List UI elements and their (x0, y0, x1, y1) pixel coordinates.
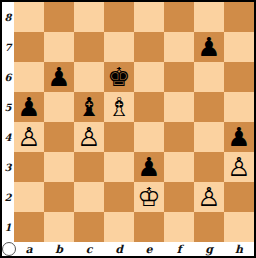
square-e8[interactable] (134, 2, 164, 32)
square-a4[interactable]: ♙ (14, 122, 44, 152)
square-c8[interactable] (74, 2, 104, 32)
file-label-f: f (164, 242, 194, 256)
file-label-c: c (74, 242, 104, 256)
white-pawn-g2[interactable]: ♙ (197, 182, 220, 212)
square-h2[interactable] (224, 182, 254, 212)
square-b3[interactable] (44, 152, 74, 182)
black-pawn-e3[interactable]: ♟ (137, 152, 160, 182)
square-a7[interactable] (14, 32, 44, 62)
square-f7[interactable] (164, 32, 194, 62)
square-c6[interactable] (74, 62, 104, 92)
square-g5[interactable] (194, 92, 224, 122)
square-g6[interactable] (194, 62, 224, 92)
square-e6[interactable] (134, 62, 164, 92)
square-h3[interactable]: ♙ (224, 152, 254, 182)
white-pawn-h3[interactable]: ♙ (227, 152, 250, 182)
square-f5[interactable] (164, 92, 194, 122)
white-pawn-a4[interactable]: ♙ (17, 122, 40, 152)
square-c7[interactable] (74, 32, 104, 62)
square-g4[interactable] (194, 122, 224, 152)
square-f3[interactable] (164, 152, 194, 182)
square-h5[interactable] (224, 92, 254, 122)
black-king-d6[interactable]: ♚ (107, 62, 130, 92)
black-pawn-h4[interactable]: ♟ (227, 122, 250, 152)
rank-label-3: 3 (2, 152, 14, 182)
file-label-d: d (104, 242, 134, 256)
chess-diagram: 87654321 ♟♟♚♟♝♗♙♙♟♟♙♔♙ abcdefgh (0, 0, 256, 258)
file-label-e: e (134, 242, 164, 256)
black-bishop-c5[interactable]: ♝ (77, 92, 100, 122)
square-b1[interactable] (44, 212, 74, 242)
square-d4[interactable] (104, 122, 134, 152)
square-a8[interactable] (14, 2, 44, 32)
rank-labels: 87654321 (2, 2, 14, 242)
square-a3[interactable] (14, 152, 44, 182)
black-pawn-g7[interactable]: ♟ (197, 32, 220, 62)
square-b7[interactable] (44, 32, 74, 62)
square-h4[interactable]: ♟ (224, 122, 254, 152)
file-label-a: a (14, 242, 44, 256)
square-d7[interactable] (104, 32, 134, 62)
rank-label-2: 2 (2, 182, 14, 212)
square-b6[interactable]: ♟ (44, 62, 74, 92)
square-e1[interactable] (134, 212, 164, 242)
square-a1[interactable] (14, 212, 44, 242)
square-g1[interactable] (194, 212, 224, 242)
white-pawn-c4[interactable]: ♙ (77, 122, 100, 152)
square-b5[interactable] (44, 92, 74, 122)
rank-label-4: 4 (2, 122, 14, 152)
square-e7[interactable] (134, 32, 164, 62)
square-g3[interactable] (194, 152, 224, 182)
black-pawn-b6[interactable]: ♟ (47, 62, 70, 92)
bottom-bar: abcdefgh (2, 242, 254, 256)
square-h7[interactable] (224, 32, 254, 62)
file-label-h: h (224, 242, 254, 256)
square-h1[interactable] (224, 212, 254, 242)
square-f1[interactable] (164, 212, 194, 242)
square-c2[interactable] (74, 182, 104, 212)
square-h6[interactable] (224, 62, 254, 92)
square-d8[interactable] (104, 2, 134, 32)
file-label-b: b (44, 242, 74, 256)
square-c3[interactable] (74, 152, 104, 182)
rank-label-7: 7 (2, 32, 14, 62)
square-e4[interactable] (134, 122, 164, 152)
square-e5[interactable] (134, 92, 164, 122)
square-g7[interactable]: ♟ (194, 32, 224, 62)
rank-label-8: 8 (2, 2, 14, 32)
square-g2[interactable]: ♙ (194, 182, 224, 212)
square-f2[interactable] (164, 182, 194, 212)
square-e2[interactable]: ♔ (134, 182, 164, 212)
square-b8[interactable] (44, 2, 74, 32)
square-f8[interactable] (164, 2, 194, 32)
square-d1[interactable] (104, 212, 134, 242)
rank-label-5: 5 (2, 92, 14, 122)
square-g8[interactable] (194, 2, 224, 32)
file-labels: abcdefgh (14, 242, 254, 256)
white-bishop-d5[interactable]: ♗ (107, 92, 130, 122)
square-e3[interactable]: ♟ (134, 152, 164, 182)
rank-label-1: 1 (2, 212, 14, 242)
square-c4[interactable]: ♙ (74, 122, 104, 152)
board: ♟♟♚♟♝♗♙♙♟♟♙♔♙ (14, 2, 254, 242)
square-c1[interactable] (74, 212, 104, 242)
square-b2[interactable] (44, 182, 74, 212)
square-d5[interactable]: ♗ (104, 92, 134, 122)
square-f6[interactable] (164, 62, 194, 92)
square-d3[interactable] (104, 152, 134, 182)
square-d2[interactable] (104, 182, 134, 212)
square-c5[interactable]: ♝ (74, 92, 104, 122)
square-f4[interactable] (164, 122, 194, 152)
square-d6[interactable]: ♚ (104, 62, 134, 92)
square-b4[interactable] (44, 122, 74, 152)
square-a2[interactable] (14, 182, 44, 212)
square-a6[interactable] (14, 62, 44, 92)
file-label-g: g (194, 242, 224, 256)
rank-label-6: 6 (2, 62, 14, 92)
square-h8[interactable] (224, 2, 254, 32)
white-king-e2[interactable]: ♔ (137, 182, 160, 212)
square-a5[interactable]: ♟ (14, 92, 44, 122)
black-pawn-a5[interactable]: ♟ (17, 92, 40, 122)
